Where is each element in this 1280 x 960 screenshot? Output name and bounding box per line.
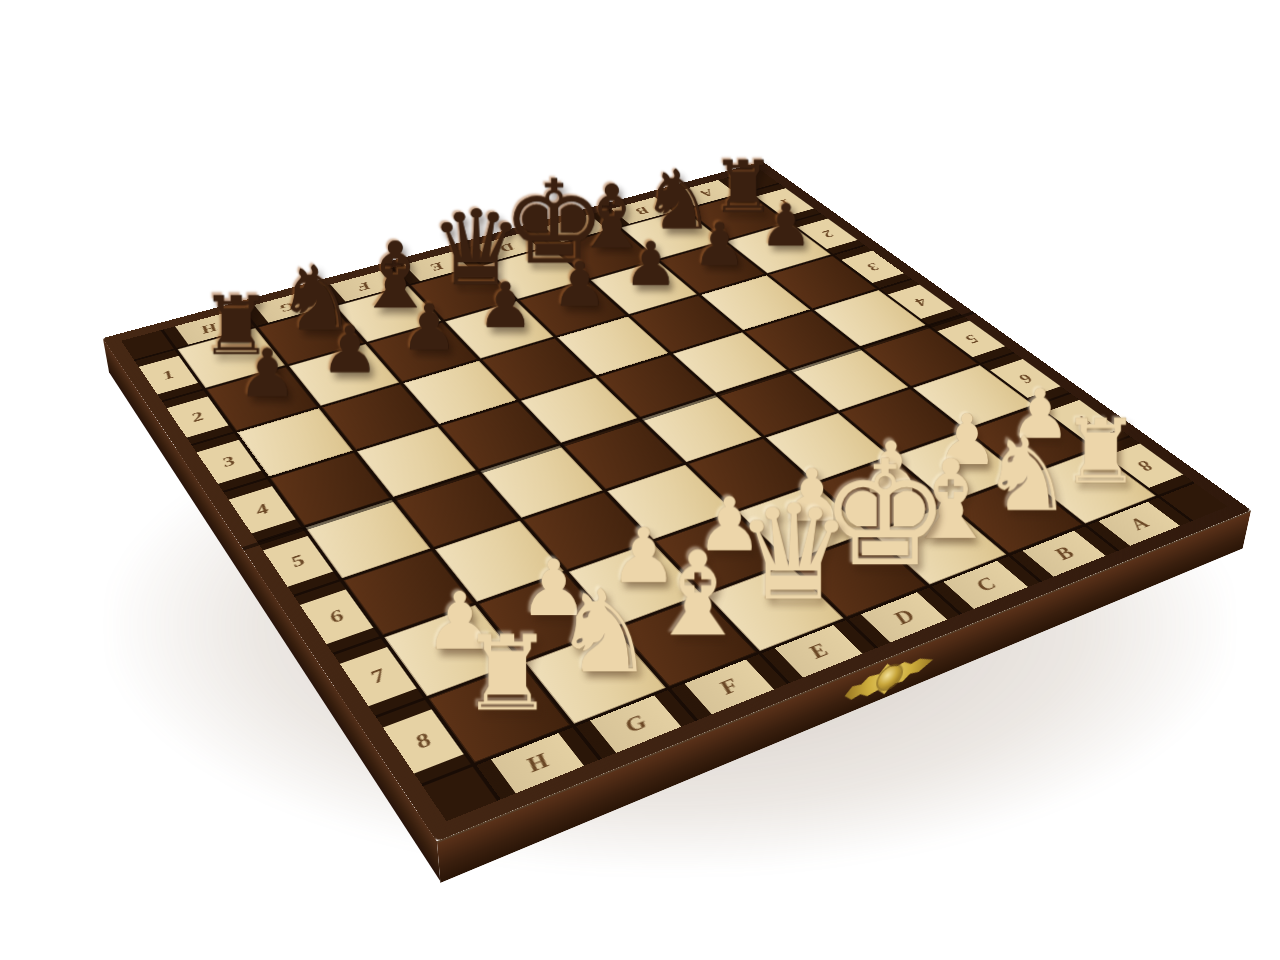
board-grid: HGFEDCBA1♜♞♝♛♚♝♞♜12♟♟♟♟♟♟♟♟2334455667♟♟♟… bbox=[121, 169, 1227, 821]
rank-label-text: 2 bbox=[187, 409, 207, 425]
clasp-knob bbox=[877, 662, 902, 692]
rank-label-text: 8 bbox=[410, 728, 437, 753]
piece-white-pawn: ♟ bbox=[765, 462, 859, 531]
piece-white-pawn: ♟ bbox=[922, 408, 1012, 474]
file-label-text: C bbox=[969, 574, 1002, 596]
rank-label-left-1: 1 bbox=[135, 350, 203, 400]
file-label-text: C bbox=[565, 222, 587, 235]
rank-label-text: 5 bbox=[959, 332, 983, 346]
rank-label-right-7: 7 bbox=[1038, 394, 1129, 448]
scene: HGFEDCBA1♜♞♝♛♚♝♞♜12♟♟♟♟♟♟♟♟2334455667♟♟♟… bbox=[0, 0, 1280, 960]
product-photo-stage: HGFEDCBA1♜♞♝♛♚♝♞♜12♟♟♟♟♟♟♟♟2334455667♟♟♟… bbox=[0, 0, 1280, 960]
file-label-text: F bbox=[713, 674, 746, 699]
square-B8: ♞ bbox=[951, 477, 1083, 553]
file-label-text: F bbox=[352, 279, 374, 293]
file-label-text: A bbox=[695, 187, 717, 199]
rank-label-text: 1 bbox=[159, 367, 178, 382]
file-label-text: H bbox=[197, 320, 221, 336]
file-label-text: G bbox=[276, 299, 299, 314]
file-label-text: G bbox=[619, 710, 653, 737]
rank-label-text: 4 bbox=[251, 500, 273, 519]
file-label-text: E bbox=[802, 639, 835, 663]
chess-board: HGFEDCBA1♜♞♝♛♚♝♞♜12♟♟♟♟♟♟♟♟2334455667♟♟♟… bbox=[103, 161, 1251, 841]
rank-label-text: 6 bbox=[1012, 371, 1037, 386]
rank-label-text: 2 bbox=[817, 228, 838, 240]
board-top-face: HGFEDCBA1♜♞♝♛♚♝♞♜12♟♟♟♟♟♟♟♟2334455667♟♟♟… bbox=[103, 161, 1251, 841]
rank-label-text: 1 bbox=[774, 197, 794, 208]
file-label-text: D bbox=[496, 240, 519, 253]
file-label-text: D bbox=[887, 605, 921, 628]
file-label-text: A bbox=[1123, 513, 1155, 533]
rank-label-text: 6 bbox=[324, 606, 348, 628]
rank-label-text: 3 bbox=[861, 260, 883, 273]
file-label-text: E bbox=[425, 259, 447, 273]
rank-label-text: 7 bbox=[365, 665, 391, 688]
rank-label-text: 3 bbox=[218, 453, 239, 470]
file-label-text: B bbox=[1048, 543, 1081, 564]
rank-label-text: 5 bbox=[286, 551, 309, 571]
rank-label-text: 7 bbox=[1069, 412, 1096, 428]
file-label-text: H bbox=[520, 748, 556, 777]
rank-label-text: 4 bbox=[909, 295, 932, 308]
rank-label-text: 8 bbox=[1130, 457, 1158, 474]
white-pawn-glyph: ♟ bbox=[859, 434, 923, 502]
file-label-text: B bbox=[631, 204, 653, 216]
square-A5 bbox=[862, 326, 978, 386]
